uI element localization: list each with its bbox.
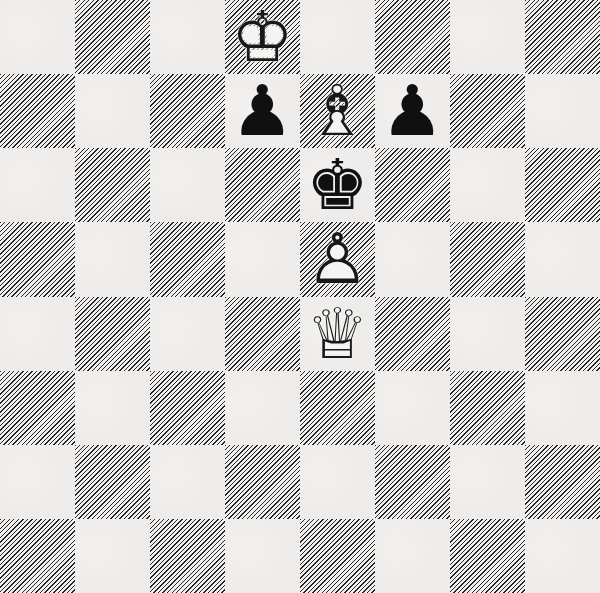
- square-h6: [525, 148, 600, 222]
- square-a6: [0, 148, 75, 222]
- square-c1: [150, 519, 225, 593]
- square-f7: ♟: [375, 74, 450, 148]
- square-c3: [150, 371, 225, 445]
- square-c2: [150, 445, 225, 519]
- square-c8: [150, 0, 225, 74]
- square-e7: ♗: [300, 74, 375, 148]
- square-g6: [450, 148, 525, 222]
- square-a3: [0, 371, 75, 445]
- square-a2: [0, 445, 75, 519]
- square-a7: [0, 74, 75, 148]
- white-pawn-e5: ♙: [306, 222, 369, 296]
- square-f6: [375, 148, 450, 222]
- square-g5: [450, 222, 525, 296]
- square-b7: [75, 74, 150, 148]
- square-e1: [300, 519, 375, 593]
- square-g7: [450, 74, 525, 148]
- square-b4: [75, 297, 150, 371]
- square-e3: [300, 371, 375, 445]
- square-g4: [450, 297, 525, 371]
- square-c6: [150, 148, 225, 222]
- square-f3: [375, 371, 450, 445]
- square-f8: [375, 0, 450, 74]
- square-f2: [375, 445, 450, 519]
- square-b8: [75, 0, 150, 74]
- square-c4: [150, 297, 225, 371]
- square-f5: [375, 222, 450, 296]
- square-d5: [225, 222, 300, 296]
- square-a5: [0, 222, 75, 296]
- square-e4: ♕: [300, 297, 375, 371]
- square-g3: [450, 371, 525, 445]
- square-g8: [450, 0, 525, 74]
- square-g2: [450, 445, 525, 519]
- square-a4: [0, 297, 75, 371]
- square-d7: ♟: [225, 74, 300, 148]
- square-a1: [0, 519, 75, 593]
- square-g1: [450, 519, 525, 593]
- square-e8: [300, 0, 375, 74]
- square-d6: [225, 148, 300, 222]
- square-b1: [75, 519, 150, 593]
- white-queen-e4: ♕: [306, 297, 369, 371]
- square-e2: [300, 445, 375, 519]
- square-d2: [225, 445, 300, 519]
- square-c7: [150, 74, 225, 148]
- square-f4: [375, 297, 450, 371]
- square-h4: [525, 297, 600, 371]
- white-king-d8: ♔: [231, 0, 294, 74]
- square-d8: ♔: [225, 0, 300, 74]
- square-h7: [525, 74, 600, 148]
- black-pawn-d7: ♟: [231, 74, 294, 148]
- square-a8: [0, 0, 75, 74]
- black-king-e6: ♚: [306, 148, 369, 222]
- square-f1: [375, 519, 450, 593]
- chess-diagram: ♔♟♗♟♚♙♕: [0, 0, 600, 593]
- square-h5: [525, 222, 600, 296]
- square-h3: [525, 371, 600, 445]
- square-d3: [225, 371, 300, 445]
- square-b3: [75, 371, 150, 445]
- square-d1: [225, 519, 300, 593]
- square-d4: [225, 297, 300, 371]
- square-b6: [75, 148, 150, 222]
- square-e6: ♚: [300, 148, 375, 222]
- white-bishop-e7: ♗: [306, 74, 369, 148]
- square-c5: [150, 222, 225, 296]
- square-e5: ♙: [300, 222, 375, 296]
- chess-board: ♔♟♗♟♚♙♕: [0, 0, 600, 593]
- square-h1: [525, 519, 600, 593]
- square-b2: [75, 445, 150, 519]
- black-pawn-f7: ♟: [381, 74, 444, 148]
- square-h8: [525, 0, 600, 74]
- square-b5: [75, 222, 150, 296]
- square-h2: [525, 445, 600, 519]
